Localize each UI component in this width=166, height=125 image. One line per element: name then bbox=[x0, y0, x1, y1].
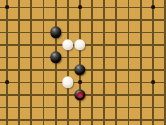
intersection[interactable] bbox=[147, 64, 159, 77]
intersection[interactable] bbox=[13, 101, 25, 114]
star-point bbox=[78, 5, 82, 9]
intersection[interactable] bbox=[25, 26, 37, 39]
intersection[interactable] bbox=[147, 14, 159, 27]
star-point bbox=[5, 5, 9, 9]
intersection[interactable] bbox=[135, 114, 147, 125]
intersection[interactable] bbox=[62, 1, 74, 14]
intersection[interactable] bbox=[74, 114, 86, 125]
intersection[interactable] bbox=[37, 39, 49, 52]
intersection[interactable] bbox=[13, 114, 25, 125]
star-point bbox=[5, 80, 9, 84]
intersection[interactable] bbox=[74, 26, 86, 39]
intersection[interactable] bbox=[86, 51, 98, 64]
white-stone bbox=[74, 39, 85, 50]
black-stone bbox=[50, 27, 61, 38]
intersection[interactable] bbox=[13, 14, 25, 27]
intersection[interactable] bbox=[37, 51, 49, 64]
black-stone bbox=[74, 89, 85, 100]
intersection[interactable] bbox=[159, 1, 166, 14]
intersection[interactable] bbox=[37, 76, 49, 89]
intersection[interactable] bbox=[135, 39, 147, 52]
intersection[interactable] bbox=[13, 51, 25, 64]
intersection[interactable] bbox=[50, 64, 62, 77]
intersection[interactable] bbox=[110, 51, 122, 64]
intersection[interactable] bbox=[1, 89, 13, 102]
intersection[interactable] bbox=[1, 51, 13, 64]
black-stone bbox=[50, 52, 61, 63]
intersection[interactable] bbox=[147, 101, 159, 114]
intersection[interactable] bbox=[1, 64, 13, 77]
intersection[interactable] bbox=[159, 89, 166, 102]
intersection[interactable] bbox=[98, 64, 110, 77]
star-point bbox=[151, 5, 155, 9]
intersection[interactable] bbox=[62, 64, 74, 77]
go-board-grid bbox=[0, 0, 166, 125]
intersection[interactable] bbox=[110, 89, 122, 102]
intersection[interactable] bbox=[98, 14, 110, 27]
intersection[interactable] bbox=[122, 76, 134, 89]
intersection[interactable] bbox=[147, 76, 159, 89]
intersection[interactable] bbox=[37, 64, 49, 77]
intersection[interactable] bbox=[62, 51, 74, 64]
intersection[interactable] bbox=[25, 39, 37, 52]
intersection[interactable] bbox=[25, 76, 37, 89]
intersection[interactable] bbox=[122, 1, 134, 14]
intersection[interactable] bbox=[86, 101, 98, 114]
intersection[interactable] bbox=[110, 26, 122, 39]
intersection[interactable] bbox=[110, 39, 122, 52]
intersection[interactable] bbox=[74, 14, 86, 27]
intersection[interactable] bbox=[13, 64, 25, 77]
intersection[interactable] bbox=[1, 101, 13, 114]
intersection[interactable] bbox=[86, 89, 98, 102]
intersection[interactable] bbox=[62, 26, 74, 39]
intersection[interactable] bbox=[110, 101, 122, 114]
intersection[interactable] bbox=[86, 39, 98, 52]
intersection[interactable] bbox=[86, 64, 98, 77]
intersection[interactable] bbox=[50, 76, 62, 89]
intersection[interactable] bbox=[50, 39, 62, 52]
intersection[interactable] bbox=[25, 64, 37, 77]
intersection[interactable] bbox=[122, 114, 134, 125]
intersection[interactable] bbox=[1, 26, 13, 39]
intersection[interactable] bbox=[50, 101, 62, 114]
intersection[interactable] bbox=[1, 14, 13, 27]
intersection[interactable] bbox=[74, 1, 86, 14]
intersection[interactable] bbox=[13, 26, 25, 39]
intersection[interactable] bbox=[13, 39, 25, 52]
intersection[interactable] bbox=[74, 51, 86, 64]
intersection[interactable] bbox=[98, 51, 110, 64]
intersection[interactable] bbox=[135, 64, 147, 77]
intersection[interactable] bbox=[110, 76, 122, 89]
intersection[interactable] bbox=[37, 114, 49, 125]
intersection[interactable] bbox=[135, 14, 147, 27]
intersection[interactable] bbox=[1, 1, 13, 14]
intersection[interactable] bbox=[50, 1, 62, 14]
intersection[interactable] bbox=[98, 26, 110, 39]
intersection[interactable] bbox=[25, 51, 37, 64]
go-board[interactable] bbox=[0, 0, 166, 125]
intersection[interactable] bbox=[147, 1, 159, 14]
intersection[interactable] bbox=[159, 114, 166, 125]
intersection[interactable] bbox=[86, 26, 98, 39]
intersection[interactable] bbox=[86, 1, 98, 14]
intersection[interactable] bbox=[1, 114, 13, 125]
black-stone bbox=[74, 64, 85, 75]
intersection[interactable] bbox=[122, 26, 134, 39]
intersection[interactable] bbox=[13, 89, 25, 102]
intersection[interactable] bbox=[50, 14, 62, 27]
intersection[interactable] bbox=[62, 114, 74, 125]
intersection[interactable] bbox=[135, 101, 147, 114]
intersection[interactable] bbox=[159, 51, 166, 64]
white-stone bbox=[62, 77, 73, 88]
intersection[interactable] bbox=[98, 101, 110, 114]
intersection[interactable] bbox=[159, 26, 166, 39]
intersection[interactable] bbox=[74, 64, 86, 77]
intersection[interactable] bbox=[98, 1, 110, 14]
intersection[interactable] bbox=[147, 39, 159, 52]
intersection[interactable] bbox=[122, 89, 134, 102]
intersection[interactable] bbox=[122, 14, 134, 27]
star-point bbox=[151, 80, 155, 84]
intersection[interactable] bbox=[135, 89, 147, 102]
intersection[interactable] bbox=[62, 101, 74, 114]
intersection[interactable] bbox=[74, 39, 86, 52]
intersection[interactable] bbox=[1, 39, 13, 52]
intersection[interactable] bbox=[25, 114, 37, 125]
intersection[interactable] bbox=[86, 76, 98, 89]
intersection[interactable] bbox=[135, 1, 147, 14]
last-move-marker bbox=[77, 92, 83, 98]
intersection[interactable] bbox=[50, 26, 62, 39]
intersection[interactable] bbox=[110, 14, 122, 27]
intersection[interactable] bbox=[74, 76, 86, 89]
intersection[interactable] bbox=[37, 89, 49, 102]
star-point bbox=[78, 80, 82, 84]
intersection[interactable] bbox=[147, 114, 159, 125]
intersection[interactable] bbox=[147, 51, 159, 64]
intersection[interactable] bbox=[98, 76, 110, 89]
intersection[interactable] bbox=[98, 89, 110, 102]
intersection[interactable] bbox=[25, 14, 37, 27]
intersection[interactable] bbox=[62, 76, 74, 89]
intersection[interactable] bbox=[147, 89, 159, 102]
intersection[interactable] bbox=[25, 1, 37, 14]
intersection[interactable] bbox=[110, 114, 122, 125]
intersection[interactable] bbox=[122, 39, 134, 52]
intersection[interactable] bbox=[86, 114, 98, 125]
intersection[interactable] bbox=[62, 39, 74, 52]
intersection[interactable] bbox=[13, 1, 25, 14]
intersection[interactable] bbox=[74, 101, 86, 114]
intersection[interactable] bbox=[98, 114, 110, 125]
intersection[interactable] bbox=[62, 89, 74, 102]
intersection[interactable] bbox=[122, 101, 134, 114]
intersection[interactable] bbox=[1, 76, 13, 89]
intersection[interactable] bbox=[50, 89, 62, 102]
intersection[interactable] bbox=[159, 39, 166, 52]
intersection[interactable] bbox=[25, 89, 37, 102]
intersection[interactable] bbox=[159, 14, 166, 27]
intersection[interactable] bbox=[37, 14, 49, 27]
intersection[interactable] bbox=[62, 14, 74, 27]
intersection[interactable] bbox=[159, 64, 166, 77]
intersection[interactable] bbox=[50, 114, 62, 125]
intersection[interactable] bbox=[37, 1, 49, 14]
intersection[interactable] bbox=[159, 76, 166, 89]
intersection[interactable] bbox=[25, 101, 37, 114]
intersection[interactable] bbox=[135, 51, 147, 64]
intersection[interactable] bbox=[86, 14, 98, 27]
intersection[interactable] bbox=[37, 26, 49, 39]
intersection[interactable] bbox=[110, 64, 122, 77]
intersection[interactable] bbox=[122, 64, 134, 77]
intersection[interactable] bbox=[50, 51, 62, 64]
intersection[interactable] bbox=[98, 39, 110, 52]
intersection[interactable] bbox=[37, 101, 49, 114]
intersection[interactable] bbox=[135, 26, 147, 39]
intersection[interactable] bbox=[13, 76, 25, 89]
white-stone bbox=[62, 39, 73, 50]
intersection[interactable] bbox=[147, 26, 159, 39]
intersection[interactable] bbox=[135, 76, 147, 89]
intersection[interactable] bbox=[110, 1, 122, 14]
intersection[interactable] bbox=[159, 101, 166, 114]
intersection[interactable] bbox=[122, 51, 134, 64]
intersection[interactable] bbox=[74, 89, 86, 102]
